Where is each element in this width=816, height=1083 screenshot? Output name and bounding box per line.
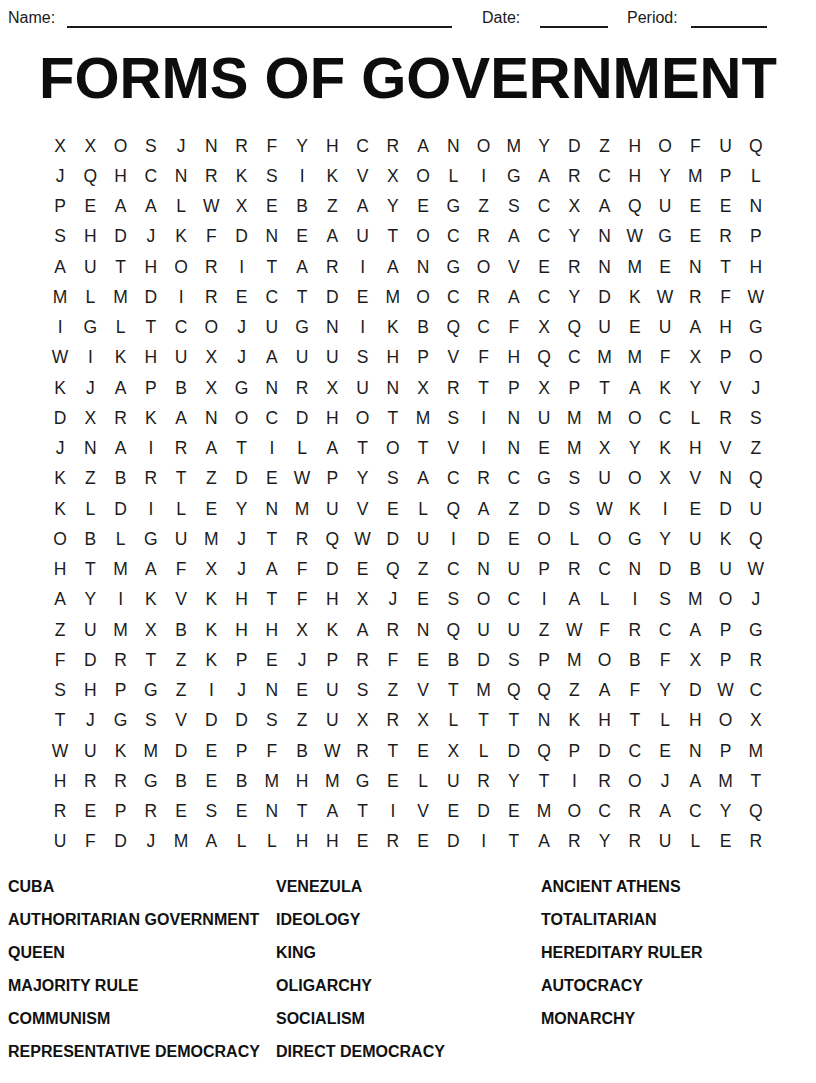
grid-cell: M <box>45 282 75 312</box>
grid-cell: Z <box>317 192 347 222</box>
grid-cell: P <box>499 373 529 403</box>
grid-cell: Y <box>680 373 710 403</box>
grid-cell: T <box>529 766 559 796</box>
grid-cell: M <box>620 343 650 373</box>
grid-cell: H <box>257 615 287 645</box>
grid-cell: T <box>378 736 408 766</box>
grid-cell: F <box>499 313 529 343</box>
grid-cell: C <box>650 403 680 433</box>
grid-cell: D <box>469 645 499 675</box>
grid-cell: P <box>559 373 589 403</box>
grid-cell: A <box>620 373 650 403</box>
grid-cell: X <box>287 615 317 645</box>
grid-cell: O <box>166 252 196 282</box>
grid-cell: R <box>196 252 226 282</box>
grid-cell: R <box>106 766 136 796</box>
grid-cell: B <box>438 645 468 675</box>
grid-cell: R <box>590 766 620 796</box>
grid-cell: G <box>529 464 559 494</box>
name-label: Name: <box>8 9 55 27</box>
grid-cell: D <box>287 403 317 433</box>
grid-cell: I <box>529 585 559 615</box>
grid-cell: I <box>45 313 75 343</box>
grid-cell: E <box>196 494 226 524</box>
grid-cell: M <box>136 736 166 766</box>
grid-cell: C <box>136 161 166 191</box>
word-item: AUTHORITARIAN GOVERNMENT <box>8 903 260 936</box>
grid-cell: A <box>680 313 710 343</box>
grid-cell: C <box>166 313 196 343</box>
grid-cell: S <box>348 343 378 373</box>
grid-cell: H <box>711 313 741 343</box>
grid-cell: P <box>317 645 347 675</box>
word-item: MAJORITY RULE <box>8 969 260 1002</box>
grid-cell: A <box>287 252 317 282</box>
grid-cell: T <box>257 252 287 282</box>
grid-cell: R <box>378 706 408 736</box>
grid-cell: V <box>166 706 196 736</box>
grid-cell: I <box>559 766 589 796</box>
grid-cell: X <box>529 313 559 343</box>
grid-cell: T <box>348 434 378 464</box>
grid-cell: H <box>75 676 105 706</box>
grid-cell: R <box>287 524 317 554</box>
grid-cell: H <box>741 252 771 282</box>
grid-cell: E <box>257 645 287 675</box>
grid-cell: S <box>559 464 589 494</box>
grid-cell: Y <box>287 131 317 161</box>
grid-cell: D <box>650 555 680 585</box>
grid-cell: F <box>166 555 196 585</box>
grid-cell: T <box>166 464 196 494</box>
grid-cell: F <box>620 676 650 706</box>
grid-cell: S <box>45 222 75 252</box>
grid-cell: G <box>620 524 650 554</box>
grid-cell: R <box>378 615 408 645</box>
grid-cell: W <box>45 736 75 766</box>
grid-cell: Y <box>529 131 559 161</box>
grid-cell: J <box>136 222 166 252</box>
grid-cell: V <box>711 373 741 403</box>
grid-cell: O <box>711 706 741 736</box>
grid-cell: L <box>741 161 771 191</box>
grid-cell: M <box>408 403 438 433</box>
grid-cell: D <box>196 706 226 736</box>
grid-cell: P <box>529 555 559 585</box>
grid-cell: V <box>348 161 378 191</box>
grid-cell: M <box>559 645 589 675</box>
grid-cell: Q <box>438 313 468 343</box>
grid-cell: A <box>559 585 589 615</box>
grid-cell: F <box>45 645 75 675</box>
grid-cell: H <box>227 615 257 645</box>
grid-cell: Y <box>650 524 680 554</box>
grid-cell: P <box>136 373 166 403</box>
grid-cell: T <box>257 524 287 554</box>
grid-cell: A <box>257 343 287 373</box>
grid-cell: A <box>680 766 710 796</box>
grid-cell: A <box>499 222 529 252</box>
grid-cell: B <box>408 313 438 343</box>
grid-cell: Q <box>741 524 771 554</box>
grid-cell: J <box>45 161 75 191</box>
grid-cell: F <box>650 343 680 373</box>
grid-cell: N <box>317 313 347 343</box>
grid-cell: D <box>469 797 499 827</box>
grid-cell: M <box>529 797 559 827</box>
grid-cell: T <box>227 434 257 464</box>
grid-cell: A <box>469 494 499 524</box>
grid-cell: Y <box>559 222 589 252</box>
grid-cell: D <box>45 403 75 433</box>
grid-cell: M <box>499 131 529 161</box>
grid-cell: A <box>408 131 438 161</box>
word-list-column-2: VENEZULAIDEOLOGYKINGOLIGARCHYSOCIALISMDI… <box>276 870 445 1068</box>
grid-cell: Q <box>620 192 650 222</box>
grid-cell: J <box>741 585 771 615</box>
grid-cell: T <box>378 222 408 252</box>
grid-cell: X <box>378 161 408 191</box>
word-item: VENEZULA <box>276 870 445 903</box>
grid-cell: R <box>559 827 589 857</box>
grid-cell: D <box>317 555 347 585</box>
grid-cell: E <box>438 797 468 827</box>
grid-cell: S <box>499 645 529 675</box>
grid-cell: X <box>317 373 347 403</box>
grid-cell: R <box>559 252 589 282</box>
grid-cell: N <box>257 494 287 524</box>
grid-cell: G <box>650 222 680 252</box>
grid-cell: D <box>529 494 559 524</box>
grid-cell: D <box>317 282 347 312</box>
grid-cell: A <box>499 282 529 312</box>
word-item: ANCIENT ATHENS <box>541 870 703 903</box>
grid-cell: F <box>650 645 680 675</box>
grid-cell: E <box>680 494 710 524</box>
grid-cell: W <box>741 555 771 585</box>
grid-cell: P <box>106 797 136 827</box>
grid-cell: U <box>680 524 710 554</box>
grid-cell: A <box>136 192 166 222</box>
grid-cell: R <box>438 373 468 403</box>
grid-cell: I <box>166 282 196 312</box>
grid-cell: O <box>196 313 226 343</box>
grid-cell: J <box>227 555 257 585</box>
grid-cell: B <box>166 615 196 645</box>
grid-cell: D <box>499 736 529 766</box>
grid-cell: P <box>711 343 741 373</box>
grid-cell: S <box>136 706 166 736</box>
grid-cell: M <box>741 736 771 766</box>
grid-cell: X <box>75 403 105 433</box>
grid-cell: Y <box>75 585 105 615</box>
grid-cell: L <box>650 706 680 736</box>
grid-cell: E <box>711 827 741 857</box>
grid-cell: L <box>166 192 196 222</box>
grid-cell: E <box>499 524 529 554</box>
grid-cell: X <box>196 373 226 403</box>
grid-cell: U <box>75 736 105 766</box>
grid-cell: H <box>620 161 650 191</box>
grid-cell: I <box>348 313 378 343</box>
grid-cell: A <box>529 827 559 857</box>
grid-cell: U <box>438 766 468 796</box>
grid-cell: R <box>378 827 408 857</box>
grid-cell: D <box>136 282 166 312</box>
grid-cell: L <box>408 766 438 796</box>
grid-cell: N <box>257 222 287 252</box>
grid-cell: I <box>227 252 257 282</box>
grid-cell: D <box>75 645 105 675</box>
grid-cell: O <box>620 464 650 494</box>
grid-cell: M <box>106 615 136 645</box>
grid-cell: O <box>408 161 438 191</box>
grid-cell: H <box>106 161 136 191</box>
grid-cell: C <box>499 464 529 494</box>
grid-cell: V <box>166 585 196 615</box>
grid-cell: M <box>469 676 499 706</box>
period-blank-line <box>691 9 767 28</box>
grid-cell: U <box>317 343 347 373</box>
grid-cell: S <box>348 676 378 706</box>
grid-cell: K <box>196 645 226 675</box>
grid-cell: E <box>227 797 257 827</box>
grid-cell: R <box>287 373 317 403</box>
grid-cell: R <box>620 827 650 857</box>
grid-cell: K <box>136 585 166 615</box>
grid-cell: T <box>499 827 529 857</box>
grid-cell: H <box>378 343 408 373</box>
grid-cell: C <box>590 797 620 827</box>
grid-cell: K <box>620 494 650 524</box>
grid-cell: A <box>166 403 196 433</box>
grid-cell: A <box>590 676 620 706</box>
grid-cell: Y <box>711 797 741 827</box>
grid-cell: C <box>438 464 468 494</box>
grid-cell: S <box>438 585 468 615</box>
grid-cell: P <box>317 464 347 494</box>
grid-cell: N <box>680 736 710 766</box>
grid-cell: P <box>711 645 741 675</box>
grid-cell: D <box>680 676 710 706</box>
grid-cell: R <box>469 766 499 796</box>
grid-cell: X <box>136 615 166 645</box>
grid-cell: W <box>590 494 620 524</box>
grid-cell: L <box>227 827 257 857</box>
grid-cell: Z <box>741 434 771 464</box>
grid-cell: Z <box>196 464 226 494</box>
grid-cell: P <box>711 736 741 766</box>
grid-cell: H <box>287 766 317 796</box>
grid-cell: E <box>257 464 287 494</box>
grid-cell: H <box>287 827 317 857</box>
grid-cell: X <box>408 706 438 736</box>
grid-cell: I <box>136 434 166 464</box>
grid-cell: T <box>136 645 166 675</box>
grid-cell: L <box>438 706 468 736</box>
grid-cell: E <box>680 192 710 222</box>
grid-cell: M <box>559 403 589 433</box>
grid-cell: T <box>469 706 499 736</box>
grid-cell: F <box>590 615 620 645</box>
grid-cell: L <box>680 403 710 433</box>
grid-cell: D <box>227 222 257 252</box>
grid-cell: O <box>408 282 438 312</box>
grid-cell: E <box>75 797 105 827</box>
grid-cell: O <box>650 131 680 161</box>
grid-cell: U <box>166 343 196 373</box>
grid-cell: E <box>287 222 317 252</box>
grid-cell: O <box>45 524 75 554</box>
grid-cell: R <box>196 161 226 191</box>
grid-cell: E <box>650 252 680 282</box>
grid-cell: H <box>499 343 529 373</box>
grid-cell: Q <box>741 131 771 161</box>
grid-cell: U <box>75 252 105 282</box>
grid-cell: T <box>499 706 529 736</box>
grid-cell: L <box>75 282 105 312</box>
grid-cell: H <box>45 555 75 585</box>
grid-cell: Y <box>650 161 680 191</box>
grid-cell: K <box>106 343 136 373</box>
grid-cell: Z <box>559 676 589 706</box>
grid-cell: Y <box>559 282 589 312</box>
grid-cell: X <box>590 434 620 464</box>
grid-cell: K <box>559 706 589 736</box>
grid-cell: X <box>75 131 105 161</box>
grid-cell: C <box>499 585 529 615</box>
grid-cell: Q <box>529 736 559 766</box>
grid-cell: T <box>45 706 75 736</box>
grid-cell: R <box>469 464 499 494</box>
grid-cell: R <box>741 827 771 857</box>
grid-cell: V <box>348 494 378 524</box>
grid-cell: T <box>408 434 438 464</box>
grid-cell: N <box>378 373 408 403</box>
grid-cell: D <box>227 464 257 494</box>
grid-cell: U <box>45 827 75 857</box>
grid-cell: L <box>438 161 468 191</box>
grid-cell: K <box>711 524 741 554</box>
grid-cell: G <box>741 615 771 645</box>
grid-cell: U <box>650 192 680 222</box>
grid-cell: M <box>106 555 136 585</box>
grid-cell: D <box>166 736 196 766</box>
grid-cell: X <box>650 464 680 494</box>
grid-cell: S <box>378 464 408 494</box>
grid-cell: I <box>106 585 136 615</box>
grid-cell: I <box>257 434 287 464</box>
grid-cell: H <box>590 706 620 736</box>
grid-cell: R <box>136 797 166 827</box>
grid-cell: R <box>106 403 136 433</box>
grid-cell: L <box>559 524 589 554</box>
grid-cell: A <box>106 192 136 222</box>
grid-cell: A <box>408 464 438 494</box>
grid-cell: C <box>680 797 710 827</box>
word-item: COMMUNISM <box>8 1002 260 1035</box>
grid-cell: B <box>287 192 317 222</box>
grid-cell: I <box>348 252 378 282</box>
grid-cell: E <box>166 797 196 827</box>
grid-cell: K <box>650 434 680 464</box>
grid-cell: P <box>741 222 771 252</box>
grid-cell: N <box>711 464 741 494</box>
grid-cell: K <box>106 736 136 766</box>
grid-cell: V <box>438 434 468 464</box>
grid-cell: W <box>317 736 347 766</box>
grid-cell: M <box>559 434 589 464</box>
grid-cell: R <box>45 797 75 827</box>
grid-cell: O <box>106 131 136 161</box>
grid-cell: U <box>287 343 317 373</box>
grid-cell: W <box>711 676 741 706</box>
grid-cell: S <box>196 797 226 827</box>
grid-cell: Z <box>529 615 559 645</box>
grid-cell: Y <box>620 434 650 464</box>
grid-cell: J <box>136 827 166 857</box>
grid-cell: S <box>499 192 529 222</box>
grid-cell: O <box>529 524 559 554</box>
grid-cell: G <box>136 524 166 554</box>
grid-cell: N <box>469 555 499 585</box>
grid-cell: A <box>680 615 710 645</box>
page-title: FORMS OF GOVERNMENT <box>0 44 816 111</box>
grid-cell: U <box>257 313 287 343</box>
word-item: QUEEN <box>8 936 260 969</box>
grid-cell: E <box>348 555 378 585</box>
grid-cell: E <box>499 797 529 827</box>
grid-cell: H <box>680 434 710 464</box>
grid-cell: E <box>257 192 287 222</box>
grid-cell: H <box>227 585 257 615</box>
grid-cell: N <box>75 434 105 464</box>
grid-cell: A <box>378 252 408 282</box>
grid-cell: T <box>741 766 771 796</box>
grid-cell: J <box>741 373 771 403</box>
grid-cell: B <box>227 766 257 796</box>
grid-cell: A <box>106 373 136 403</box>
grid-cell: K <box>378 313 408 343</box>
grid-cell: K <box>227 161 257 191</box>
grid-cell: R <box>348 645 378 675</box>
grid-cell: S <box>136 131 166 161</box>
grid-cell: A <box>45 585 75 615</box>
word-item: CUBA <box>8 870 260 903</box>
grid-cell: N <box>257 676 287 706</box>
grid-cell: I <box>469 827 499 857</box>
grid-cell: W <box>45 343 75 373</box>
grid-cell: V <box>408 797 438 827</box>
grid-cell: T <box>469 373 499 403</box>
grid-cell: Q <box>499 676 529 706</box>
grid-cell: O <box>620 403 650 433</box>
grid-cell: T <box>348 797 378 827</box>
grid-cell: M <box>317 766 347 796</box>
grid-cell: I <box>75 343 105 373</box>
grid-cell: F <box>469 343 499 373</box>
grid-cell: A <box>45 252 75 282</box>
grid-cell: A <box>317 797 347 827</box>
word-item: IDEOLOGY <box>276 903 445 936</box>
grid-cell: R <box>378 131 408 161</box>
grid-cell: M <box>680 585 710 615</box>
grid-cell: C <box>559 343 589 373</box>
grid-cell: P <box>559 736 589 766</box>
grid-cell: F <box>378 645 408 675</box>
grid-cell: R <box>469 282 499 312</box>
grid-cell: Q <box>317 524 347 554</box>
